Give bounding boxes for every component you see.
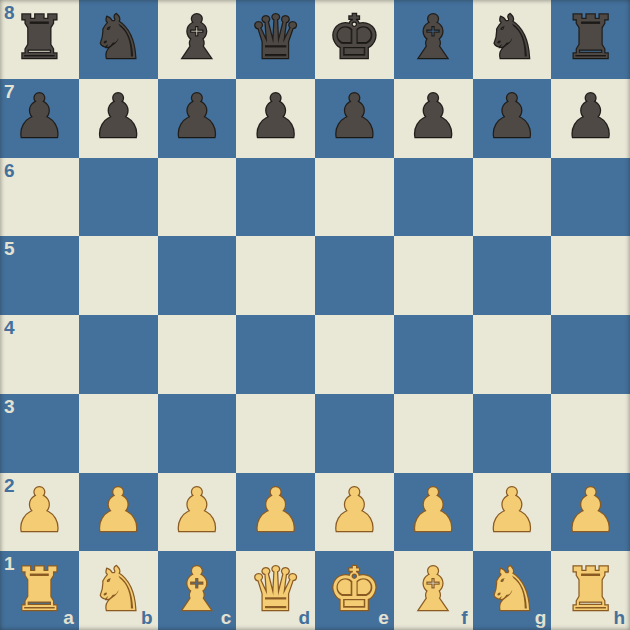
square-c3[interactable]: [158, 394, 237, 473]
square-h5[interactable]: [551, 236, 630, 315]
square-f3[interactable]: [394, 394, 473, 473]
square-h4[interactable]: [551, 315, 630, 394]
square-e6[interactable]: [315, 158, 394, 237]
square-a3[interactable]: 3: [0, 394, 79, 473]
square-h8[interactable]: ♜: [551, 0, 630, 79]
square-f7[interactable]: ♟: [394, 79, 473, 158]
square-a5[interactable]: 5: [0, 236, 79, 315]
square-f4[interactable]: [394, 315, 473, 394]
piece-white-knight-g1[interactable]: ♞: [485, 559, 539, 619]
square-h2[interactable]: ♟: [551, 473, 630, 552]
square-h3[interactable]: [551, 394, 630, 473]
square-h1[interactable]: h♜: [551, 551, 630, 630]
square-b7[interactable]: ♟: [79, 79, 158, 158]
square-c5[interactable]: [158, 236, 237, 315]
piece-white-queen-d1[interactable]: ♛: [249, 559, 303, 619]
piece-white-pawn-f2[interactable]: ♟: [406, 480, 460, 540]
square-b6[interactable]: [79, 158, 158, 237]
square-b1[interactable]: b♞: [79, 551, 158, 630]
piece-white-pawn-a2[interactable]: ♟: [12, 480, 66, 540]
piece-white-pawn-b2[interactable]: ♟: [91, 480, 145, 540]
square-e3[interactable]: [315, 394, 394, 473]
piece-white-pawn-e2[interactable]: ♟: [327, 480, 381, 540]
piece-white-rook-a1[interactable]: ♜: [12, 559, 66, 619]
piece-white-knight-b1[interactable]: ♞: [91, 559, 145, 619]
square-b8[interactable]: ♞: [79, 0, 158, 79]
square-f2[interactable]: ♟: [394, 473, 473, 552]
chess-board-wrapper: 8♜♞♝♛♚♝♞♜7♟♟♟♟♟♟♟♟65432♟♟♟♟♟♟♟♟1a♜b♞c♝d♛…: [0, 0, 630, 630]
rank-label-4: 4: [4, 318, 15, 337]
square-c7[interactable]: ♟: [158, 79, 237, 158]
square-a8[interactable]: 8♜: [0, 0, 79, 79]
piece-white-bishop-f1[interactable]: ♝: [406, 559, 460, 619]
square-a7[interactable]: 7♟: [0, 79, 79, 158]
square-g8[interactable]: ♞: [473, 0, 552, 79]
square-h7[interactable]: ♟: [551, 79, 630, 158]
square-b4[interactable]: [79, 315, 158, 394]
piece-black-queen-d8[interactable]: ♛: [249, 7, 303, 67]
piece-black-pawn-b7[interactable]: ♟: [91, 86, 145, 146]
piece-black-rook-h8[interactable]: ♜: [564, 7, 618, 67]
piece-white-pawn-g2[interactable]: ♟: [485, 480, 539, 540]
square-g4[interactable]: [473, 315, 552, 394]
piece-white-king-e1[interactable]: ♚: [327, 559, 381, 619]
square-e4[interactable]: [315, 315, 394, 394]
piece-black-bishop-f8[interactable]: ♝: [406, 7, 460, 67]
square-c4[interactable]: [158, 315, 237, 394]
square-d4[interactable]: [236, 315, 315, 394]
square-d8[interactable]: ♛: [236, 0, 315, 79]
square-d3[interactable]: [236, 394, 315, 473]
square-c2[interactable]: ♟: [158, 473, 237, 552]
piece-white-bishop-c1[interactable]: ♝: [170, 559, 224, 619]
square-c8[interactable]: ♝: [158, 0, 237, 79]
square-c1[interactable]: c♝: [158, 551, 237, 630]
piece-black-bishop-c8[interactable]: ♝: [170, 7, 224, 67]
square-b2[interactable]: ♟: [79, 473, 158, 552]
square-a4[interactable]: 4: [0, 315, 79, 394]
square-d5[interactable]: [236, 236, 315, 315]
square-b5[interactable]: [79, 236, 158, 315]
square-g3[interactable]: [473, 394, 552, 473]
chess-board: 8♜♞♝♛♚♝♞♜7♟♟♟♟♟♟♟♟65432♟♟♟♟♟♟♟♟1a♜b♞c♝d♛…: [0, 0, 630, 630]
piece-white-pawn-h2[interactable]: ♟: [564, 480, 618, 540]
square-e1[interactable]: e♚: [315, 551, 394, 630]
square-h6[interactable]: [551, 158, 630, 237]
square-g5[interactable]: [473, 236, 552, 315]
square-a2[interactable]: 2♟: [0, 473, 79, 552]
piece-black-rook-a8[interactable]: ♜: [12, 7, 66, 67]
piece-black-pawn-g7[interactable]: ♟: [485, 86, 539, 146]
file-label-f: f: [461, 608, 467, 627]
square-g6[interactable]: [473, 158, 552, 237]
square-e2[interactable]: ♟: [315, 473, 394, 552]
piece-black-pawn-c7[interactable]: ♟: [170, 86, 224, 146]
square-d7[interactable]: ♟: [236, 79, 315, 158]
square-a1[interactable]: 1a♜: [0, 551, 79, 630]
piece-black-pawn-a7[interactable]: ♟: [12, 86, 66, 146]
rank-label-6: 6: [4, 161, 15, 180]
square-f5[interactable]: [394, 236, 473, 315]
square-e7[interactable]: ♟: [315, 79, 394, 158]
piece-black-pawn-e7[interactable]: ♟: [327, 86, 381, 146]
square-g2[interactable]: ♟: [473, 473, 552, 552]
rank-label-3: 3: [4, 397, 15, 416]
piece-white-rook-h1[interactable]: ♜: [564, 559, 618, 619]
square-d1[interactable]: d♛: [236, 551, 315, 630]
piece-black-knight-g8[interactable]: ♞: [485, 7, 539, 67]
square-d2[interactable]: ♟: [236, 473, 315, 552]
piece-white-pawn-d2[interactable]: ♟: [249, 480, 303, 540]
square-f6[interactable]: [394, 158, 473, 237]
square-g7[interactable]: ♟: [473, 79, 552, 158]
square-e8[interactable]: ♚: [315, 0, 394, 79]
piece-black-pawn-h7[interactable]: ♟: [564, 86, 618, 146]
square-g1[interactable]: g♞: [473, 551, 552, 630]
square-c6[interactable]: [158, 158, 237, 237]
piece-black-pawn-f7[interactable]: ♟: [406, 86, 460, 146]
square-e5[interactable]: [315, 236, 394, 315]
piece-black-king-e8[interactable]: ♚: [327, 7, 381, 67]
square-d6[interactable]: [236, 158, 315, 237]
rank-label-5: 5: [4, 239, 15, 258]
piece-black-pawn-d7[interactable]: ♟: [249, 86, 303, 146]
square-f8[interactable]: ♝: [394, 0, 473, 79]
square-b3[interactable]: [79, 394, 158, 473]
piece-white-pawn-c2[interactable]: ♟: [170, 480, 224, 540]
square-f1[interactable]: f♝: [394, 551, 473, 630]
piece-black-knight-b8[interactable]: ♞: [91, 7, 145, 67]
square-a6[interactable]: 6: [0, 158, 79, 237]
